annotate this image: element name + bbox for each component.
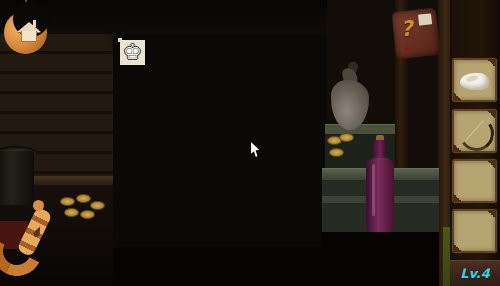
golden-lamp-knob: [33, 200, 44, 211]
game-screen: ? ♜♛♚♟♞♟♟♟♟♜♝♟♝♛♟♟♝♟♟♟♟♟♚: [0, 0, 500, 286]
gold-coin[interactable]: [90, 201, 105, 210]
gold-coin[interactable]: [339, 133, 354, 142]
empty-slot: [454, 161, 495, 201]
inventory-slot-2[interactable]: [452, 109, 497, 153]
house-chimney: [33, 20, 36, 27]
chess-board-frame: ♜♛♚♟♞♟♟♟♟♜♝♟♝♛♟♟♝♟♟♟♟♟♚: [118, 38, 122, 42]
hint-button[interactable]: ?: [392, 8, 441, 59]
white-king: ♚: [120, 40, 145, 65]
gold-coin[interactable]: [329, 148, 344, 157]
inventory-slot-1[interactable]: [452, 58, 497, 102]
level-badge: Lv.4: [450, 260, 500, 286]
gold-coin[interactable]: [76, 194, 91, 203]
gold-coin[interactable]: [60, 197, 75, 206]
shelf: [325, 124, 395, 134]
square-h1[interactable]: ♚: [120, 40, 145, 65]
gold-coin[interactable]: [80, 210, 95, 219]
home-menu-button[interactable]: [0, 0, 52, 58]
empty-slot: [454, 211, 495, 251]
gold-coin[interactable]: [64, 208, 79, 217]
item-bow[interactable]: [454, 111, 495, 151]
wine-bottle[interactable]: [366, 158, 394, 232]
hint-dot: [404, 46, 411, 53]
chess-board-grid: ♜♛♚♟♞♟♟♟♟♜♝♟♝♛♟♟♝♟♟♟♟♟♚: [120, 40, 320, 240]
inventory-slot-4[interactable]: [452, 209, 497, 253]
floor-shadow: [113, 247, 338, 286]
level-label: Lv.4: [460, 266, 490, 281]
tankard-mug[interactable]: [0, 151, 34, 205]
question-mark-icon: ?: [399, 16, 414, 41]
chess-board: ♜♛♚♟♞♟♟♟♟♜♝♟♝♛♟♟♝♟♟♟♟♟♚: [113, 33, 123, 43]
bottle-highlight: [372, 164, 375, 216]
house-icon: [21, 31, 37, 42]
inventory-slot-3[interactable]: [452, 159, 497, 203]
hint-patch: [418, 13, 432, 25]
side-table-shadow: [322, 232, 439, 286]
item-white-cloth[interactable]: [454, 60, 495, 100]
